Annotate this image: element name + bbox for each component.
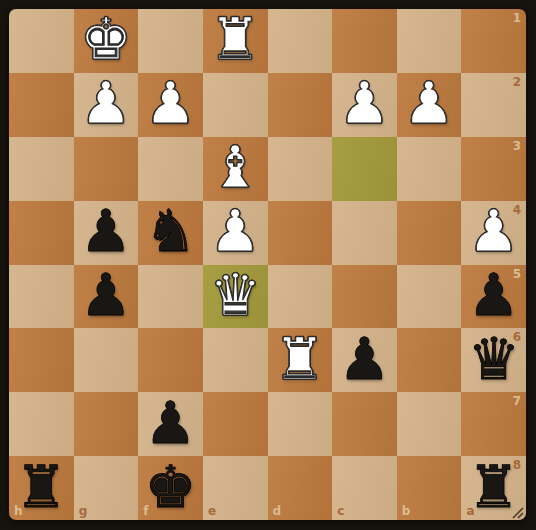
black-pawn-piece[interactable]: ♟	[74, 201, 139, 265]
rank-label-2: 2	[513, 76, 521, 88]
square-b1[interactable]	[397, 9, 462, 73]
black-pawn-piece[interactable]: ♟	[332, 328, 397, 392]
square-d2[interactable]	[268, 73, 333, 137]
square-h8[interactable]: ♜h	[9, 456, 74, 520]
white-pawn-piece[interactable]: ♟	[397, 73, 462, 137]
square-c5[interactable]	[332, 265, 397, 329]
black-pawn-piece[interactable]: ♟	[74, 265, 139, 329]
black-rook-piece[interactable]: ♜	[9, 456, 74, 520]
square-d7[interactable]	[268, 392, 333, 456]
square-f2[interactable]: ♟	[138, 73, 203, 137]
square-b2[interactable]: ♟	[397, 73, 462, 137]
square-c8[interactable]: c	[332, 456, 397, 520]
square-g6[interactable]	[74, 328, 139, 392]
square-d3[interactable]	[268, 137, 333, 201]
square-c3[interactable]	[332, 137, 397, 201]
square-a2[interactable]: 2	[461, 73, 526, 137]
square-b4[interactable]	[397, 201, 462, 265]
square-f8[interactable]: ♚f	[138, 456, 203, 520]
square-g4[interactable]: ♟	[74, 201, 139, 265]
black-king-piece[interactable]: ♚	[138, 456, 203, 520]
square-h4[interactable]	[9, 201, 74, 265]
file-label-c: c	[337, 505, 344, 517]
square-e8[interactable]: e	[203, 456, 268, 520]
white-rook-piece[interactable]: ♜	[203, 9, 268, 73]
square-b3[interactable]	[397, 137, 462, 201]
square-h1[interactable]	[9, 9, 74, 73]
square-h6[interactable]	[9, 328, 74, 392]
rank-label-3: 3	[513, 140, 521, 152]
square-d4[interactable]	[268, 201, 333, 265]
square-f6[interactable]	[138, 328, 203, 392]
white-pawn-piece[interactable]: ♟	[138, 73, 203, 137]
resize-handle-icon[interactable]	[511, 505, 525, 519]
square-e1[interactable]: ♜	[203, 9, 268, 73]
square-d5[interactable]	[268, 265, 333, 329]
rank-label-1: 1	[513, 12, 521, 24]
square-b6[interactable]	[397, 328, 462, 392]
file-label-e: e	[208, 505, 216, 517]
white-king-piece[interactable]: ♚	[74, 9, 139, 73]
square-c1[interactable]	[332, 9, 397, 73]
square-f7[interactable]: ♟	[138, 392, 203, 456]
square-a5[interactable]: ♟5	[461, 265, 526, 329]
square-e6[interactable]	[203, 328, 268, 392]
file-label-d: d	[273, 505, 282, 517]
square-e3[interactable]: ♝	[203, 137, 268, 201]
square-g8[interactable]: g	[74, 456, 139, 520]
black-pawn-piece[interactable]: ♟	[461, 265, 526, 329]
square-c7[interactable]	[332, 392, 397, 456]
white-pawn-piece[interactable]: ♟	[332, 73, 397, 137]
square-f1[interactable]	[138, 9, 203, 73]
square-g3[interactable]	[74, 137, 139, 201]
square-f3[interactable]	[138, 137, 203, 201]
white-queen-piece[interactable]: ♛	[203, 265, 268, 329]
square-e7[interactable]	[203, 392, 268, 456]
square-d8[interactable]: d	[268, 456, 333, 520]
square-h3[interactable]	[9, 137, 74, 201]
chess-board[interactable]: ♚♜1♟♟♟♟2♝3♟♞♟♟4♟♛♟5♜♟♛6♟7♜hg♚fedcb♜8a	[9, 9, 526, 520]
square-a8[interactable]: ♜8a	[461, 456, 526, 520]
square-h5[interactable]	[9, 265, 74, 329]
square-b8[interactable]: b	[397, 456, 462, 520]
square-h2[interactable]	[9, 73, 74, 137]
square-e5[interactable]: ♛	[203, 265, 268, 329]
black-queen-piece[interactable]: ♛	[461, 328, 526, 392]
white-pawn-piece[interactable]: ♟	[74, 73, 139, 137]
square-f5[interactable]	[138, 265, 203, 329]
square-c2[interactable]: ♟	[332, 73, 397, 137]
white-pawn-piece[interactable]: ♟	[461, 201, 526, 265]
square-b5[interactable]	[397, 265, 462, 329]
square-d6[interactable]: ♜	[268, 328, 333, 392]
square-e4[interactable]: ♟	[203, 201, 268, 265]
square-e2[interactable]	[203, 73, 268, 137]
square-g2[interactable]: ♟	[74, 73, 139, 137]
rank-label-7: 7	[513, 395, 521, 407]
square-a1[interactable]: 1	[461, 9, 526, 73]
file-label-b: b	[402, 505, 411, 517]
square-f4[interactable]: ♞	[138, 201, 203, 265]
file-label-g: g	[79, 505, 88, 517]
square-g1[interactable]: ♚	[74, 9, 139, 73]
white-pawn-piece[interactable]: ♟	[203, 201, 268, 265]
square-g5[interactable]: ♟	[74, 265, 139, 329]
square-d1[interactable]	[268, 9, 333, 73]
square-a6[interactable]: ♛6	[461, 328, 526, 392]
square-c4[interactable]	[332, 201, 397, 265]
square-h7[interactable]	[9, 392, 74, 456]
square-a3[interactable]: 3	[461, 137, 526, 201]
white-rook-piece[interactable]: ♜	[268, 328, 333, 392]
square-c6[interactable]: ♟	[332, 328, 397, 392]
square-a4[interactable]: ♟4	[461, 201, 526, 265]
square-a7[interactable]: 7	[461, 392, 526, 456]
black-knight-piece[interactable]: ♞	[138, 201, 203, 265]
square-b7[interactable]	[397, 392, 462, 456]
black-pawn-piece[interactable]: ♟	[138, 392, 203, 456]
white-bishop-piece[interactable]: ♝	[203, 137, 268, 201]
square-g7[interactable]	[74, 392, 139, 456]
